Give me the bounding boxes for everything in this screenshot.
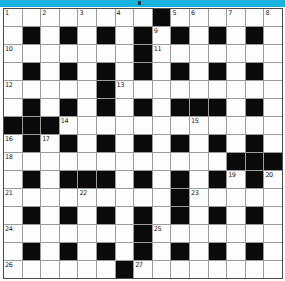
white-cell[interactable] (23, 261, 41, 278)
clue-number: 9 (154, 27, 158, 35)
clue-number: 5 (172, 9, 176, 17)
black-cell (60, 243, 78, 260)
white-cell[interactable]: 9 (153, 27, 171, 44)
white-cell[interactable] (227, 99, 245, 116)
white-cell[interactable]: 8 (264, 9, 282, 26)
title-bar (0, 0, 285, 7)
clue-number: 18 (5, 153, 12, 161)
white-cell[interactable] (246, 9, 264, 26)
black-cell (171, 243, 189, 260)
clue-number: 21 (5, 189, 12, 197)
black-cell (209, 63, 227, 80)
white-cell[interactable] (246, 225, 264, 242)
white-cell[interactable] (116, 117, 134, 134)
white-cell[interactable] (190, 63, 208, 80)
white-cell[interactable] (23, 45, 41, 62)
white-cell[interactable] (153, 189, 171, 206)
black-cell (60, 63, 78, 80)
black-cell (41, 117, 59, 134)
white-cell[interactable] (190, 261, 208, 278)
black-cell (60, 171, 78, 188)
white-cell[interactable]: 2 (41, 9, 59, 26)
white-cell[interactable] (97, 225, 115, 242)
white-cell[interactable] (41, 45, 59, 62)
clue-number: 10 (5, 45, 12, 53)
white-cell[interactable]: 23 (190, 189, 208, 206)
white-cell[interactable]: 18 (4, 153, 22, 170)
clue-number: 13 (117, 81, 124, 89)
clue-number: 24 (5, 225, 12, 233)
black-cell (171, 27, 189, 44)
clue-number: 25 (154, 225, 161, 233)
white-cell[interactable]: 7 (227, 9, 245, 26)
white-cell[interactable] (153, 81, 171, 98)
white-cell[interactable] (134, 81, 152, 98)
white-cell[interactable] (4, 243, 22, 260)
black-cell (97, 243, 115, 260)
white-cell[interactable] (4, 27, 22, 44)
white-cell[interactable] (41, 171, 59, 188)
white-cell[interactable] (116, 135, 134, 152)
white-cell[interactable] (78, 81, 96, 98)
white-cell[interactable] (134, 117, 152, 134)
white-cell[interactable] (153, 171, 171, 188)
white-cell[interactable] (264, 261, 282, 278)
clue-number: 17 (42, 135, 49, 143)
white-cell[interactable] (4, 99, 22, 116)
white-cell[interactable] (116, 171, 134, 188)
clue-number: 14 (61, 117, 68, 125)
black-cell (171, 207, 189, 224)
white-cell[interactable]: 20 (264, 171, 282, 188)
white-cell[interactable] (153, 153, 171, 170)
white-cell[interactable] (4, 207, 22, 224)
white-cell[interactable]: 19 (227, 171, 245, 188)
white-cell[interactable] (41, 225, 59, 242)
white-cell[interactable] (264, 27, 282, 44)
black-cell (209, 135, 227, 152)
white-cell[interactable] (190, 243, 208, 260)
white-cell[interactable] (171, 117, 189, 134)
clue-number: 2 (42, 9, 46, 17)
black-cell (134, 63, 152, 80)
black-cell (97, 99, 115, 116)
white-cell[interactable] (4, 63, 22, 80)
white-cell[interactable] (171, 261, 189, 278)
white-cell[interactable] (227, 27, 245, 44)
white-cell[interactable] (246, 81, 264, 98)
white-cell[interactable]: 21 (4, 189, 22, 206)
white-cell[interactable] (134, 153, 152, 170)
black-cell (171, 63, 189, 80)
white-cell[interactable] (264, 135, 282, 152)
white-cell[interactable] (264, 45, 282, 62)
clue-number: 22 (79, 189, 86, 197)
white-cell[interactable] (227, 207, 245, 224)
black-cell (171, 171, 189, 188)
black-cell (134, 45, 152, 62)
white-cell[interactable] (264, 63, 282, 80)
white-cell[interactable] (264, 207, 282, 224)
crossword-grid: 1234567891011121314151617181920212223242… (3, 8, 283, 279)
white-cell[interactable] (23, 189, 41, 206)
white-cell[interactable]: 17 (41, 135, 59, 152)
black-cell (246, 171, 264, 188)
clue-number: 16 (5, 135, 12, 143)
white-cell[interactable] (209, 81, 227, 98)
white-cell[interactable]: 14 (60, 117, 78, 134)
black-cell (78, 171, 96, 188)
white-cell[interactable] (190, 135, 208, 152)
black-cell (209, 99, 227, 116)
black-cell (60, 135, 78, 152)
white-cell[interactable] (190, 207, 208, 224)
clue-number: 11 (154, 45, 161, 53)
black-cell (171, 135, 189, 152)
clue-number: 6 (191, 9, 195, 17)
white-cell[interactable]: 3 (78, 9, 96, 26)
white-cell[interactable] (23, 153, 41, 170)
white-cell[interactable] (134, 189, 152, 206)
white-cell[interactable]: 6 (190, 9, 208, 26)
white-cell[interactable] (97, 261, 115, 278)
black-cell (60, 27, 78, 44)
black-cell (209, 207, 227, 224)
white-cell[interactable] (116, 207, 134, 224)
white-cell[interactable] (116, 99, 134, 116)
white-cell[interactable]: 4 (116, 9, 134, 26)
white-cell[interactable] (4, 171, 22, 188)
white-cell[interactable] (60, 189, 78, 206)
black-cell (97, 135, 115, 152)
white-cell[interactable] (190, 171, 208, 188)
black-cell (209, 171, 227, 188)
white-cell[interactable] (190, 153, 208, 170)
white-cell[interactable] (97, 9, 115, 26)
white-cell[interactable]: 1 (4, 9, 22, 26)
black-cell (134, 171, 152, 188)
white-cell[interactable] (97, 117, 115, 134)
white-cell[interactable] (97, 153, 115, 170)
white-cell[interactable] (60, 45, 78, 62)
white-cell[interactable] (116, 189, 134, 206)
white-cell[interactable] (78, 99, 96, 116)
white-cell[interactable] (153, 135, 171, 152)
white-cell[interactable] (264, 189, 282, 206)
white-cell[interactable] (41, 81, 59, 98)
white-cell[interactable] (153, 243, 171, 260)
white-cell[interactable] (171, 225, 189, 242)
white-cell[interactable] (60, 153, 78, 170)
white-cell[interactable] (246, 261, 264, 278)
clue-number: 4 (117, 9, 121, 17)
white-cell[interactable] (41, 207, 59, 224)
white-cell[interactable] (41, 63, 59, 80)
white-cell[interactable] (264, 99, 282, 116)
black-cell (134, 99, 152, 116)
white-cell[interactable] (246, 117, 264, 134)
white-cell[interactable] (41, 189, 59, 206)
white-cell[interactable] (78, 135, 96, 152)
white-cell[interactable] (246, 45, 264, 62)
black-cell (23, 63, 41, 80)
black-cell (246, 63, 264, 80)
white-cell[interactable] (171, 153, 189, 170)
black-cell (134, 225, 152, 242)
black-cell (97, 27, 115, 44)
clue-number: 3 (79, 9, 83, 17)
white-cell[interactable] (60, 9, 78, 26)
black-cell (246, 27, 264, 44)
white-cell[interactable] (116, 153, 134, 170)
white-cell[interactable] (264, 81, 282, 98)
white-cell[interactable] (153, 207, 171, 224)
white-cell[interactable]: 12 (4, 81, 22, 98)
black-cell (23, 171, 41, 188)
white-cell[interactable]: 24 (4, 225, 22, 242)
white-cell[interactable]: 11 (153, 45, 171, 62)
black-cell (23, 243, 41, 260)
white-cell[interactable]: 22 (78, 189, 96, 206)
white-cell[interactable] (97, 45, 115, 62)
black-cell (134, 207, 152, 224)
white-cell[interactable] (78, 27, 96, 44)
white-cell[interactable] (78, 117, 96, 134)
white-cell[interactable] (153, 261, 171, 278)
white-cell[interactable] (227, 225, 245, 242)
black-cell (134, 135, 152, 152)
white-cell[interactable] (78, 153, 96, 170)
white-cell[interactable]: 15 (190, 117, 208, 134)
white-cell[interactable] (264, 117, 282, 134)
white-cell[interactable] (190, 225, 208, 242)
black-cell (97, 81, 115, 98)
clue-number: 12 (5, 81, 12, 89)
white-cell[interactable] (41, 261, 59, 278)
white-cell[interactable]: 25 (153, 225, 171, 242)
white-cell[interactable] (209, 261, 227, 278)
titlebar-mark (138, 1, 141, 5)
white-cell[interactable] (60, 261, 78, 278)
black-cell (171, 189, 189, 206)
white-cell[interactable] (153, 63, 171, 80)
clue-number: 7 (228, 9, 232, 17)
white-cell[interactable] (60, 225, 78, 242)
white-cell[interactable] (209, 225, 227, 242)
white-cell[interactable] (116, 45, 134, 62)
black-cell (23, 207, 41, 224)
white-cell[interactable] (209, 45, 227, 62)
white-cell[interactable]: 26 (4, 261, 22, 278)
black-cell (97, 171, 115, 188)
clue-number: 26 (5, 261, 12, 269)
white-cell[interactable] (227, 81, 245, 98)
white-cell[interactable] (116, 243, 134, 260)
white-cell[interactable] (209, 9, 227, 26)
black-cell (23, 27, 41, 44)
black-cell (190, 99, 208, 116)
white-cell[interactable] (227, 261, 245, 278)
clue-number: 8 (265, 9, 269, 17)
white-cell[interactable] (227, 63, 245, 80)
black-cell (23, 99, 41, 116)
black-cell (264, 153, 282, 170)
white-cell[interactable]: 13 (116, 81, 134, 98)
black-cell (153, 9, 171, 26)
white-cell[interactable] (116, 63, 134, 80)
black-cell (171, 99, 189, 116)
white-cell[interactable] (41, 243, 59, 260)
white-cell[interactable] (78, 261, 96, 278)
black-cell (97, 63, 115, 80)
white-cell[interactable] (41, 99, 59, 116)
white-cell[interactable] (227, 117, 245, 134)
clue-number: 15 (191, 117, 198, 125)
black-cell (209, 243, 227, 260)
clue-number: 1 (5, 9, 9, 17)
white-cell[interactable] (209, 117, 227, 134)
black-cell (246, 153, 264, 170)
white-cell[interactable] (134, 9, 152, 26)
white-cell[interactable] (227, 189, 245, 206)
white-cell[interactable] (264, 225, 282, 242)
white-cell[interactable] (227, 45, 245, 62)
white-cell[interactable]: 27 (134, 261, 152, 278)
black-cell (60, 99, 78, 116)
white-cell[interactable] (190, 27, 208, 44)
black-cell (246, 99, 264, 116)
white-cell[interactable] (116, 225, 134, 242)
clue-number: 20 (265, 171, 272, 179)
white-cell[interactable] (60, 81, 78, 98)
black-cell (134, 27, 152, 44)
white-cell[interactable] (209, 153, 227, 170)
black-cell (97, 207, 115, 224)
black-cell (209, 27, 227, 44)
white-cell[interactable] (190, 45, 208, 62)
white-cell[interactable] (227, 135, 245, 152)
black-cell (60, 207, 78, 224)
white-cell[interactable] (78, 63, 96, 80)
black-cell (4, 117, 22, 134)
black-cell (116, 261, 134, 278)
white-cell[interactable] (78, 45, 96, 62)
white-cell[interactable] (264, 243, 282, 260)
white-cell[interactable] (23, 9, 41, 26)
white-cell[interactable] (171, 45, 189, 62)
white-cell[interactable]: 5 (171, 9, 189, 26)
black-cell (134, 243, 152, 260)
white-cell[interactable] (153, 99, 171, 116)
white-cell[interactable] (246, 189, 264, 206)
white-cell[interactable] (209, 189, 227, 206)
white-cell[interactable] (41, 27, 59, 44)
clue-number: 23 (191, 189, 198, 197)
white-cell[interactable] (23, 81, 41, 98)
white-cell[interactable] (227, 243, 245, 260)
white-cell[interactable] (41, 153, 59, 170)
white-cell[interactable] (190, 81, 208, 98)
black-cell (246, 207, 264, 224)
black-cell (246, 243, 264, 260)
white-cell[interactable] (97, 189, 115, 206)
black-cell (23, 135, 41, 152)
black-cell (246, 135, 264, 152)
white-cell[interactable]: 10 (4, 45, 22, 62)
black-cell (227, 153, 245, 170)
white-cell[interactable] (23, 225, 41, 242)
clue-number: 27 (135, 261, 142, 269)
black-cell (23, 117, 41, 134)
white-cell[interactable] (171, 81, 189, 98)
white-cell[interactable]: 16 (4, 135, 22, 152)
white-cell[interactable] (153, 117, 171, 134)
clue-number: 19 (228, 171, 235, 179)
white-cell[interactable] (78, 243, 96, 260)
white-cell[interactable] (78, 207, 96, 224)
white-cell[interactable] (78, 225, 96, 242)
white-cell[interactable] (116, 27, 134, 44)
